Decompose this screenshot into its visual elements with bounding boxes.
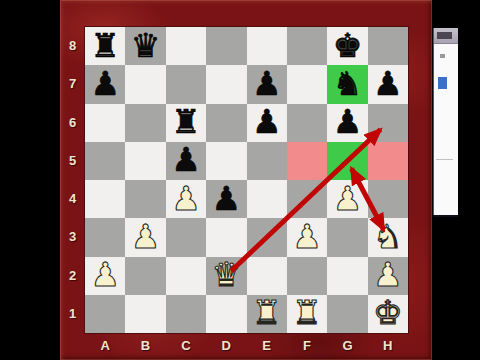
square-g3[interactable] [327, 218, 367, 256]
square-g2[interactable] [327, 257, 367, 295]
background-window-blue-item[interactable] [438, 77, 447, 89]
square-d1[interactable] [206, 295, 246, 333]
square-b5[interactable] [125, 142, 165, 180]
square-g7[interactable]: ♞ [327, 65, 367, 103]
square-e2[interactable] [247, 257, 287, 295]
piece-black-queen-b8[interactable]: ♛ [131, 29, 161, 62]
square-d5[interactable] [206, 142, 246, 180]
background-window-text-fragment [440, 54, 445, 58]
square-e8[interactable] [247, 27, 287, 65]
square-g6[interactable]: ♟ [327, 104, 367, 142]
square-a5[interactable] [85, 142, 125, 180]
square-h2[interactable]: ♟ [368, 257, 408, 295]
square-b4[interactable] [125, 180, 165, 218]
piece-black-pawn-a7[interactable]: ♟ [90, 67, 120, 100]
square-f1[interactable]: ♜ [287, 295, 327, 333]
square-g4[interactable]: ♟ [327, 180, 367, 218]
square-d2[interactable]: ♛ [206, 257, 246, 295]
square-h7[interactable]: ♟ [368, 65, 408, 103]
square-a6[interactable] [85, 104, 125, 142]
square-f7[interactable] [287, 65, 327, 103]
square-c6[interactable]: ♜ [166, 104, 206, 142]
square-e3[interactable] [247, 218, 287, 256]
square-c2[interactable] [166, 257, 206, 295]
square-e1[interactable]: ♜ [247, 295, 287, 333]
square-f2[interactable] [287, 257, 327, 295]
square-f6[interactable] [287, 104, 327, 142]
piece-black-pawn-g6[interactable]: ♟ [333, 105, 363, 138]
rank-label-8: 8 [62, 27, 83, 65]
square-d6[interactable] [206, 104, 246, 142]
square-g1[interactable] [327, 295, 367, 333]
square-b6[interactable] [125, 104, 165, 142]
square-a7[interactable]: ♟ [85, 65, 125, 103]
background-window[interactable] [433, 28, 458, 215]
file-label-d: D [206, 335, 246, 357]
piece-black-pawn-c5[interactable]: ♟ [171, 143, 201, 176]
square-c3[interactable] [166, 218, 206, 256]
square-b3[interactable]: ♟ [125, 218, 165, 256]
piece-white-rook-e1[interactable]: ♜ [252, 296, 282, 329]
square-h6[interactable] [368, 104, 408, 142]
square-h4[interactable] [368, 180, 408, 218]
piece-black-pawn-d4[interactable]: ♟ [212, 182, 242, 215]
piece-white-pawn-a2[interactable]: ♟ [90, 258, 120, 291]
square-e5[interactable] [247, 142, 287, 180]
chess-board[interactable]: ♜♛♚♟♟♞♟♜♟♟♟♟♟♟♟♟♞♟♛♟♜♜♚ [85, 27, 408, 333]
file-label-g: G [327, 335, 367, 357]
file-label-e: E [247, 335, 287, 357]
piece-white-pawn-g4[interactable]: ♟ [333, 182, 363, 215]
square-h3[interactable]: ♞ [368, 218, 408, 256]
piece-white-queen-d2[interactable]: ♛ [212, 258, 242, 291]
square-e6[interactable]: ♟ [247, 104, 287, 142]
rank-label-1: 1 [62, 295, 83, 333]
square-d4[interactable]: ♟ [206, 180, 246, 218]
square-c1[interactable] [166, 295, 206, 333]
square-a8[interactable]: ♜ [85, 27, 125, 65]
rank-label-4: 4 [62, 180, 83, 218]
square-h5[interactable] [368, 142, 408, 180]
video-frame: ♜♛♚♟♟♞♟♜♟♟♟♟♟♟♟♟♞♟♛♟♜♜♚ 87654321 ABCDEFG… [0, 0, 480, 360]
file-label-h: H [368, 335, 408, 357]
piece-white-pawn-c4[interactable]: ♟ [171, 182, 201, 215]
square-a1[interactable] [85, 295, 125, 333]
square-d7[interactable] [206, 65, 246, 103]
square-c7[interactable] [166, 65, 206, 103]
square-h1[interactable]: ♚ [368, 295, 408, 333]
square-d8[interactable] [206, 27, 246, 65]
square-d3[interactable] [206, 218, 246, 256]
file-label-a: A [85, 335, 125, 357]
square-b1[interactable] [125, 295, 165, 333]
square-f8[interactable] [287, 27, 327, 65]
square-c5[interactable]: ♟ [166, 142, 206, 180]
piece-white-pawn-b3[interactable]: ♟ [131, 220, 161, 253]
piece-black-knight-g7[interactable]: ♞ [333, 67, 363, 100]
square-a2[interactable]: ♟ [85, 257, 125, 295]
piece-black-pawn-h7[interactable]: ♟ [373, 67, 403, 100]
piece-black-king-g8[interactable]: ♚ [333, 29, 363, 62]
piece-white-king-h1[interactable]: ♚ [373, 296, 403, 329]
square-a3[interactable] [85, 218, 125, 256]
square-b2[interactable] [125, 257, 165, 295]
piece-black-rook-a8[interactable]: ♜ [90, 29, 120, 62]
background-window-titlebar[interactable] [434, 28, 458, 44]
square-f5[interactable] [287, 142, 327, 180]
square-b7[interactable] [125, 65, 165, 103]
file-label-b: B [125, 335, 165, 357]
square-c4[interactable]: ♟ [166, 180, 206, 218]
square-e7[interactable]: ♟ [247, 65, 287, 103]
rank-label-3: 3 [62, 218, 83, 256]
square-b8[interactable]: ♛ [125, 27, 165, 65]
piece-black-pawn-e6[interactable]: ♟ [252, 105, 282, 138]
letterbox-left [0, 0, 60, 360]
square-c8[interactable] [166, 27, 206, 65]
piece-white-pawn-f3[interactable]: ♟ [292, 220, 322, 253]
rank-label-5: 5 [62, 142, 83, 180]
rank-label-2: 2 [62, 257, 83, 295]
square-f4[interactable] [287, 180, 327, 218]
piece-white-rook-f1[interactable]: ♜ [292, 296, 322, 329]
square-h8[interactable] [368, 27, 408, 65]
square-g8[interactable]: ♚ [327, 27, 367, 65]
piece-white-pawn-h2[interactable]: ♟ [373, 258, 403, 291]
background-window-divider [436, 159, 453, 160]
board-frame: ♜♛♚♟♟♞♟♜♟♟♟♟♟♟♟♟♞♟♛♟♜♜♚ 87654321 ABCDEFG… [60, 0, 432, 360]
rank-label-7: 7 [62, 65, 83, 103]
background-window-title-text [437, 32, 452, 39]
square-a4[interactable] [85, 180, 125, 218]
square-f3[interactable]: ♟ [287, 218, 327, 256]
square-e4[interactable] [247, 180, 287, 218]
piece-black-rook-c6[interactable]: ♜ [171, 105, 201, 138]
piece-white-knight-h3[interactable]: ♞ [373, 220, 403, 253]
square-g5[interactable] [327, 142, 367, 180]
rank-label-6: 6 [62, 104, 83, 142]
file-label-f: F [287, 335, 327, 357]
file-label-c: C [166, 335, 206, 357]
piece-black-pawn-e7[interactable]: ♟ [252, 67, 282, 100]
